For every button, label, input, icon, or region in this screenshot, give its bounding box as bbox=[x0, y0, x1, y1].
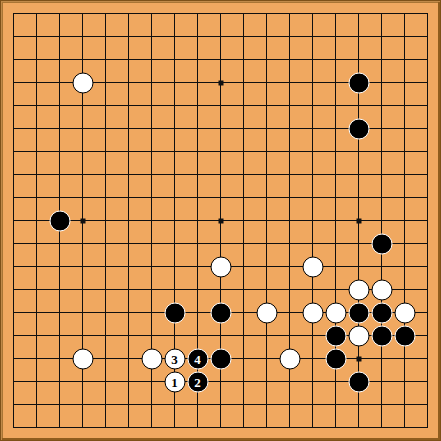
grid-line-vertical bbox=[427, 13, 428, 428]
black-stone bbox=[371, 302, 392, 323]
white-stone bbox=[256, 302, 277, 323]
white-stone bbox=[371, 279, 392, 300]
move-number: 2 bbox=[194, 375, 201, 388]
black-stone bbox=[325, 325, 346, 346]
black-stone bbox=[49, 210, 70, 231]
white-stone bbox=[325, 302, 346, 323]
grid-line-horizontal bbox=[13, 404, 428, 405]
white-stone bbox=[348, 279, 369, 300]
grid-line-vertical bbox=[312, 13, 313, 428]
white-stone bbox=[279, 348, 300, 369]
white-stone bbox=[210, 256, 231, 277]
move-number: 3 bbox=[171, 352, 178, 365]
white-stone bbox=[394, 302, 415, 323]
white-stone: 1 bbox=[164, 371, 185, 392]
grid-line-vertical bbox=[404, 13, 405, 428]
star-point bbox=[356, 356, 361, 361]
white-stone bbox=[72, 72, 93, 93]
star-point bbox=[218, 218, 223, 223]
white-stone bbox=[302, 256, 323, 277]
move-number: 4 bbox=[194, 352, 201, 365]
go-board: 3412 bbox=[0, 0, 441, 441]
grid-line-vertical bbox=[243, 13, 244, 428]
star-point bbox=[80, 218, 85, 223]
white-stone bbox=[72, 348, 93, 369]
black-stone bbox=[210, 348, 231, 369]
white-stone bbox=[348, 325, 369, 346]
black-stone bbox=[348, 302, 369, 323]
black-stone bbox=[210, 302, 231, 323]
black-stone: 4 bbox=[187, 348, 208, 369]
black-stone bbox=[371, 325, 392, 346]
black-stone bbox=[348, 118, 369, 139]
black-stone bbox=[348, 371, 369, 392]
white-stone bbox=[302, 302, 323, 323]
black-stone bbox=[348, 72, 369, 93]
grid-line-horizontal bbox=[13, 243, 428, 244]
white-stone bbox=[141, 348, 162, 369]
grid-line-vertical bbox=[381, 13, 382, 428]
star-point bbox=[218, 80, 223, 85]
black-stone bbox=[394, 325, 415, 346]
grid-line-horizontal bbox=[13, 427, 428, 428]
star-point bbox=[356, 218, 361, 223]
black-stone bbox=[371, 233, 392, 254]
black-stone bbox=[164, 302, 185, 323]
white-stone: 3 bbox=[164, 348, 185, 369]
black-stone: 2 bbox=[187, 371, 208, 392]
grid-line-vertical bbox=[266, 13, 267, 428]
black-stone bbox=[325, 348, 346, 369]
move-number: 1 bbox=[171, 375, 178, 388]
